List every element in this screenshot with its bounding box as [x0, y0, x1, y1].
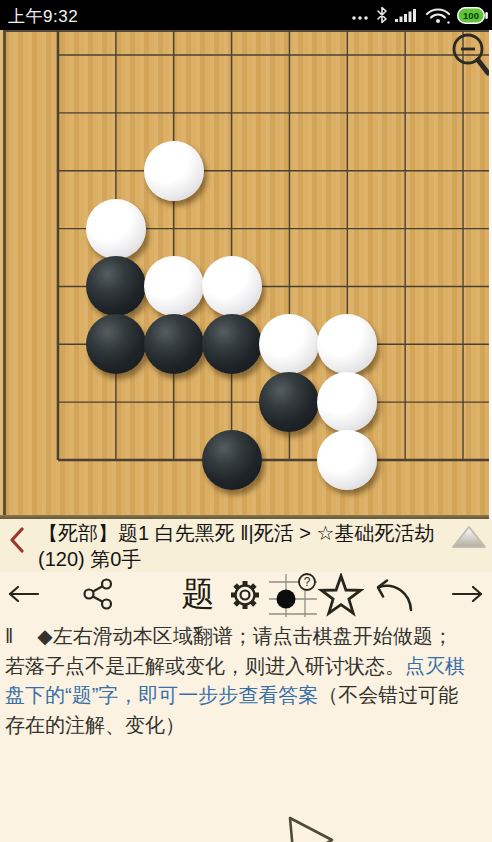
battery-indicator: 100 [457, 7, 488, 24]
bottom-area [0, 742, 492, 842]
play-button[interactable] [276, 810, 340, 842]
star-icon [322, 576, 361, 613]
stone-white [317, 372, 377, 432]
up-triangle-icon [453, 527, 485, 547]
gear-icon [231, 581, 259, 609]
instruction-segment: 存在的注解、变化） [5, 714, 185, 736]
instruction-segment: ◆左右滑动本区域翻谱；请点击棋盘开始做题； [37, 625, 452, 647]
problem-title-line2: (120) 第0手 [38, 546, 450, 572]
answer-mode-button[interactable]: ? [267, 572, 319, 619]
status-icons: 100 [351, 0, 488, 30]
svg-text:100: 100 [463, 10, 479, 21]
go-board[interactable] [0, 30, 492, 519]
next-button[interactable] [451, 584, 485, 604]
stone-black [86, 314, 146, 374]
stones-layer [0, 30, 492, 519]
stone-white [144, 141, 204, 201]
settings-button[interactable] [226, 576, 264, 614]
instruction-segment: 若落子点不是正解或变化，则进入研讨状态。 [5, 655, 405, 677]
stone-white [202, 256, 262, 316]
notification-dots-icon [351, 6, 369, 24]
stone-white [259, 314, 319, 374]
time-label: 上午9:32 [8, 5, 78, 28]
board-question-icon: ? [269, 574, 317, 617]
play-triangle-icon [290, 818, 332, 842]
signal-bars-icon [395, 6, 419, 24]
share-button[interactable] [83, 578, 113, 610]
question-mark: ? [304, 575, 311, 589]
collapse-button[interactable] [451, 525, 487, 549]
instructions-text: ‖◆左右滑动本区域翻谱；请点击棋盘开始做题；若落子点不是正解或变化，则进入研讨状… [0, 620, 492, 740]
toolbar: 题 ? [0, 572, 492, 620]
instruction-line: ‖◆左右滑动本区域翻谱；请点击棋盘开始做题； [5, 622, 492, 652]
stone-white [317, 430, 377, 490]
share-icon [102, 580, 111, 589]
stone-black [202, 314, 262, 374]
instruction-line: 存在的注解、变化） [5, 711, 492, 741]
problem-title: 【死部】题1 白先黑死 ‖|死活 > ☆基础死活劫 (120) 第0手 [38, 520, 450, 572]
wifi-icon [425, 6, 451, 25]
instruction-highlight: 盘下的“题”字，即可一步步查看答案 [5, 684, 318, 706]
undo-arrow-icon [379, 586, 411, 610]
favorite-button[interactable] [318, 573, 364, 617]
instruction-segment: ‖ [5, 625, 13, 647]
instruction-segment: （不会错过可能 [318, 684, 458, 706]
stone-black [144, 314, 204, 374]
stone-black [86, 256, 146, 316]
back-button[interactable] [8, 527, 26, 553]
stone-black [202, 430, 262, 490]
bluetooth-icon [375, 5, 389, 25]
back-chevron-icon [12, 529, 22, 551]
prev-button[interactable] [6, 584, 40, 604]
zoom-out-button[interactable] [444, 32, 492, 78]
problems-button[interactable]: 题 [177, 574, 219, 614]
instruction-line: 盘下的“题”字，即可一步步查看答案（不会错过可能 [5, 681, 492, 711]
stone-white [86, 199, 146, 259]
info-bar: 【死部】题1 白先黑死 ‖|死活 > ☆基础死活劫 (120) 第0手 [0, 519, 492, 572]
instruction-line: 若落子点不是正解或变化，则进入研讨状态。点灭棋 [5, 652, 492, 682]
stone-black [259, 372, 319, 432]
stone-white [317, 314, 377, 374]
stone-white [144, 256, 204, 316]
undo-button[interactable] [370, 577, 414, 613]
problem-title-line1: 【死部】题1 白先黑死 ‖|死活 > ☆基础死活劫 [38, 520, 450, 546]
screen: 上午9:32 [0, 0, 492, 842]
status-bar: 上午9:32 [0, 0, 492, 30]
instruction-highlight: 点灭棋 [405, 655, 465, 677]
